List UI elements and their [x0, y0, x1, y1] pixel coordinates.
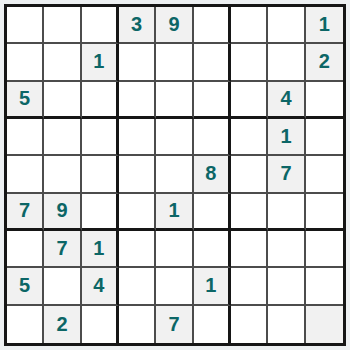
cell-r3c7[interactable]: [231, 82, 268, 119]
cell-r4c1[interactable]: [7, 119, 44, 156]
cell-r2c5[interactable]: [156, 44, 193, 81]
cell-r1c3[interactable]: [82, 7, 119, 44]
cell-r5c4[interactable]: [119, 156, 156, 193]
cell-r4c9[interactable]: [306, 119, 343, 156]
cell-r6c7[interactable]: [231, 194, 268, 231]
cell-r7c3[interactable]: 1: [82, 231, 119, 268]
cell-r2c8[interactable]: [268, 44, 305, 81]
cell-r9c7[interactable]: [231, 306, 268, 343]
cell-r7c5[interactable]: [156, 231, 193, 268]
cell-r2c4[interactable]: [119, 44, 156, 81]
cell-r3c4[interactable]: [119, 82, 156, 119]
cell-r9c3[interactable]: [82, 306, 119, 343]
cell-r3c5[interactable]: [156, 82, 193, 119]
cell-r9c5[interactable]: 7: [156, 306, 193, 343]
cell-r5c7[interactable]: [231, 156, 268, 193]
cell-r9c4[interactable]: [119, 306, 156, 343]
cell-r5c3[interactable]: [82, 156, 119, 193]
cell-r1c7[interactable]: [231, 7, 268, 44]
cell-r1c2[interactable]: [44, 7, 81, 44]
cell-r4c6[interactable]: [194, 119, 231, 156]
cell-r7c9[interactable]: [306, 231, 343, 268]
cell-r6c8[interactable]: [268, 194, 305, 231]
cell-r4c7[interactable]: [231, 119, 268, 156]
cell-r1c6[interactable]: [194, 7, 231, 44]
sudoku-board: 39112541877917154127: [4, 4, 346, 346]
cell-r6c2[interactable]: 9: [44, 194, 81, 231]
cell-r2c9[interactable]: 2: [306, 44, 343, 81]
cell-r8c8[interactable]: [268, 268, 305, 305]
cell-r8c1[interactable]: 5: [7, 268, 44, 305]
cell-r7c4[interactable]: [119, 231, 156, 268]
cell-r9c2[interactable]: 2: [44, 306, 81, 343]
cell-r3c3[interactable]: [82, 82, 119, 119]
cell-r1c1[interactable]: [7, 7, 44, 44]
cell-r3c8[interactable]: 4: [268, 82, 305, 119]
cell-r7c2[interactable]: 7: [44, 231, 81, 268]
cell-r5c9[interactable]: [306, 156, 343, 193]
cell-r9c8[interactable]: [268, 306, 305, 343]
cell-r2c6[interactable]: [194, 44, 231, 81]
cell-r3c6[interactable]: [194, 82, 231, 119]
cell-r8c7[interactable]: [231, 268, 268, 305]
cell-r2c7[interactable]: [231, 44, 268, 81]
cell-r4c5[interactable]: [156, 119, 193, 156]
cell-r9c9[interactable]: [306, 306, 343, 343]
cell-r6c6[interactable]: [194, 194, 231, 231]
cell-r5c8[interactable]: 7: [268, 156, 305, 193]
cell-r3c9[interactable]: [306, 82, 343, 119]
cell-r1c4[interactable]: 3: [119, 7, 156, 44]
cell-r5c2[interactable]: [44, 156, 81, 193]
cell-r8c9[interactable]: [306, 268, 343, 305]
cell-r1c5[interactable]: 9: [156, 7, 193, 44]
cell-r6c1[interactable]: 7: [7, 194, 44, 231]
cell-r6c9[interactable]: [306, 194, 343, 231]
cell-r8c4[interactable]: [119, 268, 156, 305]
cell-r5c5[interactable]: [156, 156, 193, 193]
cell-r4c3[interactable]: [82, 119, 119, 156]
cell-r1c8[interactable]: [268, 7, 305, 44]
cell-r6c5[interactable]: 1: [156, 194, 193, 231]
cell-r4c8[interactable]: 1: [268, 119, 305, 156]
cell-r7c6[interactable]: [194, 231, 231, 268]
cell-r8c2[interactable]: [44, 268, 81, 305]
cell-r8c6[interactable]: 1: [194, 268, 231, 305]
cell-r2c1[interactable]: [7, 44, 44, 81]
cell-r8c5[interactable]: [156, 268, 193, 305]
cell-r7c8[interactable]: [268, 231, 305, 268]
cell-r2c3[interactable]: 1: [82, 44, 119, 81]
cell-r5c1[interactable]: [7, 156, 44, 193]
cell-r9c1[interactable]: [7, 306, 44, 343]
cell-r6c3[interactable]: [82, 194, 119, 231]
cell-r8c3[interactable]: 4: [82, 268, 119, 305]
cell-r7c7[interactable]: [231, 231, 268, 268]
cell-r3c1[interactable]: 5: [7, 82, 44, 119]
cell-r7c1[interactable]: [7, 231, 44, 268]
cell-r5c6[interactable]: 8: [194, 156, 231, 193]
cell-r3c2[interactable]: [44, 82, 81, 119]
cell-r4c4[interactable]: [119, 119, 156, 156]
cell-r9c6[interactable]: [194, 306, 231, 343]
cell-r2c2[interactable]: [44, 44, 81, 81]
cell-r6c4[interactable]: [119, 194, 156, 231]
cell-r1c9[interactable]: 1: [306, 7, 343, 44]
cell-r4c2[interactable]: [44, 119, 81, 156]
